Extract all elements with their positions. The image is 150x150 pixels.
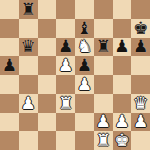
square-a5[interactable]: ♟	[0, 56, 19, 75]
square-d5[interactable]: ♟	[56, 56, 75, 75]
white-pawn-piece[interactable]: ♟	[21, 94, 36, 111]
square-g7[interactable]	[113, 19, 132, 38]
square-b3[interactable]: ♟	[19, 94, 38, 113]
square-e1[interactable]	[75, 131, 94, 150]
white-queen-piece[interactable]: ♛	[133, 94, 148, 111]
square-b8[interactable]: ♜	[19, 0, 38, 19]
square-d1[interactable]	[56, 131, 75, 150]
square-d6[interactable]: ♟	[56, 38, 75, 57]
square-a3[interactable]	[0, 94, 19, 113]
black-queen-piece[interactable]: ♛	[21, 38, 36, 55]
black-pawn-piece[interactable]: ♟	[114, 38, 129, 55]
black-rook-piece[interactable]: ♜	[96, 38, 111, 55]
square-f1[interactable]: ♜	[94, 131, 113, 150]
square-h8[interactable]	[131, 0, 150, 19]
square-c4[interactable]	[38, 75, 57, 94]
square-b4[interactable]	[19, 75, 38, 94]
black-king-piece[interactable]: ♚	[133, 19, 148, 36]
square-c7[interactable]	[38, 19, 57, 38]
square-a7[interactable]	[0, 19, 19, 38]
square-c2[interactable]	[38, 113, 57, 132]
square-a2[interactable]	[0, 113, 19, 132]
square-g2[interactable]: ♟	[113, 113, 132, 132]
square-e2[interactable]	[75, 113, 94, 132]
square-c1[interactable]	[38, 131, 57, 150]
square-c3[interactable]	[38, 94, 57, 113]
square-f2[interactable]: ♟	[94, 113, 113, 132]
white-rook-piece[interactable]: ♜	[58, 94, 73, 111]
square-f8[interactable]	[94, 0, 113, 19]
square-d4[interactable]	[56, 75, 75, 94]
square-h5[interactable]	[131, 56, 150, 75]
square-f3[interactable]	[94, 94, 113, 113]
square-d7[interactable]	[56, 19, 75, 38]
square-e3[interactable]	[75, 94, 94, 113]
square-e8[interactable]	[75, 0, 94, 19]
white-pawn-piece[interactable]: ♟	[114, 113, 129, 130]
square-b5[interactable]	[19, 56, 38, 75]
square-d3[interactable]: ♜	[56, 94, 75, 113]
square-a4[interactable]	[0, 75, 19, 94]
white-king-piece[interactable]: ♚	[114, 132, 129, 149]
square-f4[interactable]	[94, 75, 113, 94]
square-c6[interactable]	[38, 38, 57, 57]
square-h6[interactable]: ♟	[131, 38, 150, 57]
white-pawn-piece[interactable]: ♟	[96, 113, 111, 130]
square-a8[interactable]	[0, 0, 19, 19]
square-b7[interactable]	[19, 19, 38, 38]
square-g3[interactable]	[113, 94, 132, 113]
square-b1[interactable]	[19, 131, 38, 150]
square-f5[interactable]	[94, 56, 113, 75]
square-g4[interactable]	[113, 75, 132, 94]
square-h4[interactable]	[131, 75, 150, 94]
black-pawn-piece[interactable]: ♟	[58, 38, 73, 55]
white-pawn-piece[interactable]: ♟	[77, 75, 92, 92]
white-rook-piece[interactable]: ♜	[96, 132, 111, 149]
square-e5[interactable]: ♟	[75, 56, 94, 75]
square-f6[interactable]: ♜	[94, 38, 113, 57]
square-a1[interactable]	[0, 131, 19, 150]
square-b2[interactable]	[19, 113, 38, 132]
square-h1[interactable]	[131, 131, 150, 150]
square-g1[interactable]: ♚	[113, 131, 132, 150]
white-pawn-piece[interactable]: ♟	[133, 113, 148, 130]
square-g8[interactable]	[113, 0, 132, 19]
black-bishop-piece[interactable]: ♝	[77, 19, 92, 36]
square-e4[interactable]: ♟	[75, 75, 94, 94]
square-e7[interactable]: ♝	[75, 19, 94, 38]
black-pawn-piece[interactable]: ♟	[2, 57, 17, 74]
black-rook-piece[interactable]: ♜	[21, 0, 36, 17]
white-pawn-piece[interactable]: ♟	[58, 57, 73, 74]
black-pawn-piece[interactable]: ♟	[133, 38, 148, 55]
white-knight-piece[interactable]: ♞	[77, 38, 92, 55]
square-b6[interactable]: ♛	[19, 38, 38, 57]
square-d2[interactable]	[56, 113, 75, 132]
black-pawn-piece[interactable]: ♟	[77, 57, 92, 74]
square-f7[interactable]	[94, 19, 113, 38]
chess-board: ♜♝♚♛♟♞♜♟♟♟♟♟♟♟♜♛♟♟♟♜♚	[0, 0, 150, 150]
square-c8[interactable]	[38, 0, 57, 19]
square-g6[interactable]: ♟	[113, 38, 132, 57]
square-a6[interactable]	[0, 38, 19, 57]
square-c5[interactable]	[38, 56, 57, 75]
square-h2[interactable]: ♟	[131, 113, 150, 132]
square-h7[interactable]: ♚	[131, 19, 150, 38]
square-g5[interactable]	[113, 56, 132, 75]
square-e6[interactable]: ♞	[75, 38, 94, 57]
square-d8[interactable]	[56, 0, 75, 19]
square-h3[interactable]: ♛	[131, 94, 150, 113]
